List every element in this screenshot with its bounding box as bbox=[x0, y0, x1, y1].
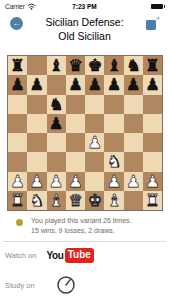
square-b6 bbox=[27, 95, 46, 114]
square-h7: ♟ bbox=[143, 75, 162, 94]
square-e6 bbox=[85, 95, 104, 114]
square-c7 bbox=[47, 75, 66, 94]
square-b4 bbox=[27, 133, 46, 152]
square-b1: ♞ bbox=[27, 191, 46, 210]
square-e8: ♚ bbox=[85, 56, 104, 75]
black-pawn: ♟ bbox=[10, 75, 25, 94]
square-a6 bbox=[8, 95, 27, 114]
square-d4 bbox=[66, 133, 85, 152]
square-h6 bbox=[143, 95, 162, 114]
square-g6 bbox=[124, 95, 143, 114]
square-h4 bbox=[143, 133, 162, 152]
stats-text: You played this variant 26 times. 15 win… bbox=[31, 216, 132, 235]
square-g3 bbox=[124, 152, 143, 171]
white-pawn: ♟ bbox=[10, 172, 25, 191]
square-d2: ♟ bbox=[66, 172, 85, 191]
youtube-logo-tube: Tube bbox=[65, 248, 94, 263]
white-bishop: ♝ bbox=[107, 191, 122, 210]
square-f3: ♞ bbox=[104, 152, 123, 171]
square-e1: ♚ bbox=[85, 191, 104, 210]
square-c2: ♟ bbox=[47, 172, 66, 191]
black-pawn: ♟ bbox=[107, 75, 122, 94]
square-b3 bbox=[27, 152, 46, 171]
square-h8: ♜ bbox=[143, 56, 162, 75]
black-pawn: ♟ bbox=[30, 75, 45, 94]
square-e7: ♟ bbox=[85, 75, 104, 94]
study-on-link[interactable]: Study on bbox=[5, 275, 76, 295]
square-f1: ♝ bbox=[104, 191, 123, 210]
square-b5 bbox=[27, 114, 46, 133]
section-divider bbox=[3, 241, 166, 242]
square-h5 bbox=[143, 114, 162, 133]
square-d8: ♛ bbox=[66, 56, 85, 75]
chess-board: ♜♝♛♚♝♞♜♟♟♟♟♟♟♟♞♟♟♞♟♟♟♟♟♟♟♜♞♝♛♚♝♜ bbox=[7, 55, 163, 211]
square-d3 bbox=[66, 152, 85, 171]
white-rook: ♜ bbox=[145, 191, 160, 210]
white-pawn: ♟ bbox=[145, 172, 160, 191]
square-f4 bbox=[104, 133, 123, 152]
black-rook: ♜ bbox=[10, 56, 25, 75]
page-title-line1: Sicilian Defense: bbox=[28, 16, 141, 30]
clock-time: 7:23 PM bbox=[0, 3, 169, 10]
white-pawn: ♟ bbox=[49, 172, 64, 191]
white-king: ♚ bbox=[87, 191, 102, 210]
square-d1: ♛ bbox=[66, 191, 85, 210]
stats-line2: 15 wins, 9 losses, 2 draws. bbox=[31, 226, 132, 236]
square-a8: ♜ bbox=[8, 56, 27, 75]
white-rook: ♜ bbox=[10, 191, 25, 210]
white-queen: ♛ bbox=[68, 191, 83, 210]
square-a4 bbox=[8, 133, 27, 152]
white-bishop: ♝ bbox=[49, 191, 64, 210]
square-c4 bbox=[47, 133, 66, 152]
square-e4: ♟ bbox=[85, 133, 104, 152]
square-c1: ♝ bbox=[47, 191, 66, 210]
back-arrow-icon: ← bbox=[13, 20, 21, 28]
square-b8 bbox=[27, 56, 46, 75]
share-square-icon bbox=[146, 20, 156, 30]
square-e2 bbox=[85, 172, 104, 191]
black-bishop: ♝ bbox=[107, 56, 122, 75]
square-f2: ♟ bbox=[104, 172, 123, 191]
square-d6 bbox=[66, 95, 85, 114]
black-queen: ♛ bbox=[68, 56, 83, 75]
white-pawn: ♟ bbox=[87, 133, 102, 152]
square-g4 bbox=[124, 133, 143, 152]
black-pawn: ♟ bbox=[145, 75, 160, 94]
square-h3 bbox=[143, 152, 162, 171]
stats-line1: You played this variant 26 times. bbox=[31, 216, 132, 226]
black-pawn: ♟ bbox=[126, 75, 141, 94]
square-c6: ♞ bbox=[47, 95, 66, 114]
back-button[interactable]: ← bbox=[10, 17, 23, 30]
square-f6 bbox=[104, 95, 123, 114]
black-rook: ♜ bbox=[145, 56, 160, 75]
share-button[interactable]: ↗ bbox=[146, 17, 160, 30]
square-g5 bbox=[124, 114, 143, 133]
status-bar: Carrier 7:23 PM bbox=[0, 0, 169, 14]
square-e5 bbox=[85, 114, 104, 133]
white-knight: ♞ bbox=[30, 191, 45, 210]
square-a5 bbox=[8, 114, 27, 133]
square-d7: ♟ bbox=[66, 75, 85, 94]
watch-on-youtube-link[interactable]: Watch on You Tube bbox=[5, 247, 94, 264]
square-g7: ♟ bbox=[124, 75, 143, 94]
page-title: Sicilian Defense: Old Sicilian bbox=[28, 16, 141, 43]
black-knight: ♞ bbox=[126, 56, 141, 75]
black-pawn: ♟ bbox=[68, 75, 83, 94]
square-b2: ♟ bbox=[27, 172, 46, 191]
square-c3 bbox=[47, 152, 66, 171]
square-e3 bbox=[85, 152, 104, 171]
white-pawn: ♟ bbox=[126, 172, 141, 191]
watch-on-label: Watch on bbox=[5, 251, 36, 260]
square-a7: ♟ bbox=[8, 75, 27, 94]
battery-icon bbox=[151, 4, 163, 9]
square-a3 bbox=[8, 152, 27, 171]
square-c5: ♟ bbox=[47, 114, 66, 133]
white-pawn: ♟ bbox=[68, 172, 83, 191]
square-g1 bbox=[124, 191, 143, 210]
black-knight: ♞ bbox=[49, 95, 64, 114]
study-clock-icon bbox=[56, 275, 76, 295]
black-pawn: ♟ bbox=[87, 75, 102, 94]
black-king: ♚ bbox=[87, 56, 102, 75]
square-a2: ♟ bbox=[8, 172, 27, 191]
white-pawn: ♟ bbox=[30, 172, 45, 191]
page-title-line2: Old Sicilian bbox=[28, 30, 141, 44]
stats-bullet-icon bbox=[16, 219, 23, 226]
youtube-logo: You Tube bbox=[46, 248, 93, 263]
square-g8: ♞ bbox=[124, 56, 143, 75]
stats-section: You played this variant 26 times. 15 win… bbox=[16, 216, 163, 235]
square-a1: ♜ bbox=[8, 191, 27, 210]
square-f8: ♝ bbox=[104, 56, 123, 75]
black-pawn: ♟ bbox=[49, 114, 64, 133]
square-h2: ♟ bbox=[143, 172, 162, 191]
square-d5 bbox=[66, 114, 85, 133]
youtube-logo-you: You bbox=[46, 250, 63, 261]
square-h1: ♜ bbox=[143, 191, 162, 210]
square-b7: ♟ bbox=[27, 75, 46, 94]
square-f7: ♟ bbox=[104, 75, 123, 94]
black-bishop: ♝ bbox=[49, 56, 64, 75]
square-c8: ♝ bbox=[47, 56, 66, 75]
white-pawn: ♟ bbox=[107, 172, 122, 191]
app-screen: Carrier 7:23 PM ← Sicilian Defense: Old … bbox=[0, 0, 169, 300]
square-g2: ♟ bbox=[124, 172, 143, 191]
square-f5 bbox=[104, 114, 123, 133]
study-on-label: Study on bbox=[5, 281, 35, 290]
white-knight: ♞ bbox=[107, 152, 122, 171]
